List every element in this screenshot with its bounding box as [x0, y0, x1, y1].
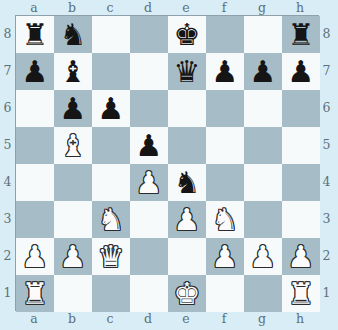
square-b3[interactable] — [54, 201, 92, 238]
square-d7[interactable] — [130, 53, 168, 90]
file-label-f-top: f — [205, 0, 243, 15]
file-label-a-top: a — [15, 0, 53, 15]
piece-black-pawn: ♟ — [288, 57, 315, 87]
piece-white-bishop: ♝ — [60, 131, 87, 161]
square-d1[interactable] — [130, 275, 168, 312]
piece-black-bishop: ♝ — [60, 57, 87, 87]
square-f7[interactable]: ♟ — [206, 53, 244, 90]
square-f6[interactable] — [206, 90, 244, 127]
square-b5[interactable]: ♝ — [54, 127, 92, 164]
piece-white-queen: ♛ — [98, 242, 125, 272]
square-g8[interactable] — [244, 16, 282, 53]
piece-black-rook: ♜ — [288, 20, 315, 50]
file-label-b-bottom: b — [53, 311, 91, 326]
piece-black-pawn: ♟ — [22, 57, 49, 87]
square-f5[interactable] — [206, 127, 244, 164]
file-label-c-top: c — [91, 0, 129, 15]
square-b6[interactable]: ♟ — [54, 90, 92, 127]
piece-white-pawn: ♟ — [250, 242, 277, 272]
piece-black-pawn: ♟ — [98, 94, 125, 124]
square-c6[interactable]: ♟ — [92, 90, 130, 127]
rank-label-5-left: 5 — [0, 126, 15, 163]
square-a4[interactable] — [16, 164, 54, 201]
piece-black-pawn: ♟ — [250, 57, 277, 87]
square-a6[interactable] — [16, 90, 54, 127]
file-label-h-top: h — [281, 0, 319, 15]
piece-black-queen: ♛ — [174, 57, 201, 87]
square-f4[interactable] — [206, 164, 244, 201]
square-e6[interactable] — [168, 90, 206, 127]
piece-white-pawn: ♟ — [136, 168, 163, 198]
rank-label-7-left: 7 — [0, 52, 15, 89]
square-b7[interactable]: ♝ — [54, 53, 92, 90]
piece-white-pawn: ♟ — [212, 242, 239, 272]
piece-white-pawn: ♟ — [174, 205, 201, 235]
square-f3[interactable]: ♞ — [206, 201, 244, 238]
square-d8[interactable] — [130, 16, 168, 53]
rank-label-2-right: 2 — [319, 237, 334, 274]
square-e2[interactable] — [168, 238, 206, 275]
square-b4[interactable] — [54, 164, 92, 201]
square-c4[interactable] — [92, 164, 130, 201]
file-label-h-bottom: h — [281, 311, 319, 326]
file-label-d-top: d — [129, 0, 167, 15]
square-g3[interactable] — [244, 201, 282, 238]
square-e5[interactable] — [168, 127, 206, 164]
file-label-g-top: g — [243, 0, 281, 15]
square-h6[interactable] — [282, 90, 320, 127]
square-c7[interactable] — [92, 53, 130, 90]
square-h5[interactable] — [282, 127, 320, 164]
chess-diagram-page: ♜♞♚♜♟♝♛♟♟♟♟♟♝♟♟♞♞♟♞♟♟♛♟♟♟♜♚♜ aabbccddeef… — [0, 0, 338, 330]
square-a8[interactable]: ♜ — [16, 16, 54, 53]
square-f2[interactable]: ♟ — [206, 238, 244, 275]
square-h8[interactable]: ♜ — [282, 16, 320, 53]
square-a2[interactable]: ♟ — [16, 238, 54, 275]
file-label-d-bottom: d — [129, 311, 167, 326]
file-label-e-top: e — [167, 0, 205, 15]
square-b2[interactable]: ♟ — [54, 238, 92, 275]
square-h7[interactable]: ♟ — [282, 53, 320, 90]
piece-black-pawn: ♟ — [60, 94, 87, 124]
square-d5[interactable]: ♟ — [130, 127, 168, 164]
rank-label-8-left: 8 — [0, 15, 15, 52]
square-e8[interactable]: ♚ — [168, 16, 206, 53]
rank-label-4-left: 4 — [0, 163, 15, 200]
piece-black-pawn: ♟ — [136, 131, 163, 161]
file-label-f-bottom: f — [205, 311, 243, 326]
square-f8[interactable] — [206, 16, 244, 53]
square-a5[interactable] — [16, 127, 54, 164]
square-c1[interactable] — [92, 275, 130, 312]
chess-board: ♜♞♚♜♟♝♛♟♟♟♟♟♝♟♟♞♞♟♞♟♟♛♟♟♟♜♚♜ — [15, 15, 319, 311]
square-e7[interactable]: ♛ — [168, 53, 206, 90]
rank-label-1-left: 1 — [0, 274, 15, 311]
square-a1[interactable]: ♜ — [16, 275, 54, 312]
square-e1[interactable]: ♚ — [168, 275, 206, 312]
piece-white-pawn: ♟ — [60, 242, 87, 272]
piece-white-rook: ♜ — [22, 279, 49, 309]
square-c5[interactable] — [92, 127, 130, 164]
piece-black-knight: ♞ — [174, 168, 201, 198]
rank-label-6-right: 6 — [319, 89, 334, 126]
piece-white-knight: ♞ — [98, 205, 125, 235]
square-a7[interactable]: ♟ — [16, 53, 54, 90]
square-h3[interactable] — [282, 201, 320, 238]
file-label-c-bottom: c — [91, 311, 129, 326]
square-f1[interactable] — [206, 275, 244, 312]
square-g4[interactable] — [244, 164, 282, 201]
piece-white-knight: ♞ — [212, 205, 239, 235]
piece-black-knight: ♞ — [60, 20, 87, 50]
rank-label-7-right: 7 — [319, 52, 334, 89]
file-label-a-bottom: a — [15, 311, 53, 326]
rank-label-3-left: 3 — [0, 200, 15, 237]
square-g6[interactable] — [244, 90, 282, 127]
piece-white-rook: ♜ — [288, 279, 315, 309]
square-g7[interactable]: ♟ — [244, 53, 282, 90]
rank-label-1-right: 1 — [319, 274, 334, 311]
rank-label-8-right: 8 — [319, 15, 334, 52]
square-c8[interactable] — [92, 16, 130, 53]
square-d3[interactable] — [130, 201, 168, 238]
piece-black-rook: ♜ — [22, 20, 49, 50]
square-g5[interactable] — [244, 127, 282, 164]
square-h2[interactable]: ♟ — [282, 238, 320, 275]
rank-label-2-left: 2 — [0, 237, 15, 274]
file-label-e-bottom: e — [167, 311, 205, 326]
rank-label-3-right: 3 — [319, 200, 334, 237]
square-e4[interactable]: ♞ — [168, 164, 206, 201]
square-h1[interactable]: ♜ — [282, 275, 320, 312]
square-c3[interactable]: ♞ — [92, 201, 130, 238]
rank-label-5-right: 5 — [319, 126, 334, 163]
file-label-g-bottom: g — [243, 311, 281, 326]
square-d4[interactable]: ♟ — [130, 164, 168, 201]
square-d2[interactable] — [130, 238, 168, 275]
rank-label-6-left: 6 — [0, 89, 15, 126]
square-e3[interactable]: ♟ — [168, 201, 206, 238]
piece-white-pawn: ♟ — [22, 242, 49, 272]
file-label-b-top: b — [53, 0, 91, 15]
piece-white-pawn: ♟ — [288, 242, 315, 272]
square-d6[interactable] — [130, 90, 168, 127]
square-b8[interactable]: ♞ — [54, 16, 92, 53]
piece-white-king: ♚ — [174, 279, 201, 309]
square-g1[interactable] — [244, 275, 282, 312]
square-g2[interactable]: ♟ — [244, 238, 282, 275]
piece-black-pawn: ♟ — [212, 57, 239, 87]
square-b1[interactable] — [54, 275, 92, 312]
square-h4[interactable] — [282, 164, 320, 201]
square-c2[interactable]: ♛ — [92, 238, 130, 275]
square-a3[interactable] — [16, 201, 54, 238]
piece-black-king: ♚ — [174, 20, 201, 50]
rank-label-4-right: 4 — [319, 163, 334, 200]
